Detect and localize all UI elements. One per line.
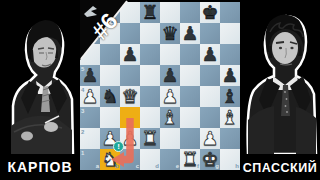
square-d8[interactable]: ♜ <box>140 2 160 23</box>
rank-label-7: 7 <box>81 24 84 30</box>
square-a7[interactable]: 7 <box>80 23 100 44</box>
square-h8[interactable] <box>220 2 240 23</box>
square-h2[interactable] <box>220 128 240 149</box>
piece-black-pawn[interactable]: ♟ <box>180 22 200 44</box>
square-c4[interactable]: ♛ <box>120 86 140 107</box>
square-b7[interactable] <box>100 23 120 44</box>
file-label-e: e <box>176 163 179 169</box>
square-a2[interactable]: 2 <box>80 128 100 149</box>
square-d3[interactable] <box>140 107 160 128</box>
square-f8[interactable] <box>180 2 200 23</box>
piece-black-pawn[interactable]: ♟ <box>200 43 220 65</box>
piece-black-pawn[interactable]: ♟ <box>120 43 140 65</box>
square-h4[interactable]: ♝ <box>220 86 240 107</box>
square-b4[interactable]: ♞ <box>100 86 120 107</box>
piece-black-knight[interactable]: ♞ <box>100 85 120 107</box>
square-b5[interactable] <box>100 65 120 86</box>
square-e4[interactable]: ♟ <box>160 86 180 107</box>
rank-label-8: 8 <box>81 3 84 9</box>
rank-label-6: 6 <box>81 45 84 51</box>
chess-board: 8♜♚7♛♟6♟♟5♟♟♟4♟♞♛♟♝3♝♝2♟♟♜♟1ab♞cdef♜g♚h <box>80 2 240 170</box>
rank-label-5: 5 <box>81 66 84 72</box>
square-e6[interactable] <box>160 44 180 65</box>
square-g5[interactable] <box>200 65 220 86</box>
square-d1[interactable]: d <box>140 149 160 170</box>
square-c8[interactable] <box>120 2 140 23</box>
square-b1[interactable]: b♞ <box>100 149 120 170</box>
square-g2[interactable]: ♟ <box>200 128 220 149</box>
square-a1[interactable]: 1a <box>80 149 100 170</box>
piece-black-rook[interactable]: ♜ <box>140 1 160 23</box>
square-a3[interactable]: 3 <box>80 107 100 128</box>
square-a5[interactable]: 5♟ <box>80 65 100 86</box>
piece-white-pawn[interactable]: ♟ <box>160 85 180 107</box>
square-d6[interactable] <box>140 44 160 65</box>
file-label-b: b <box>115 163 119 169</box>
square-d4[interactable] <box>140 86 160 107</box>
square-e7[interactable]: ♛ <box>160 23 180 44</box>
piece-black-pawn[interactable]: ♟ <box>160 64 180 86</box>
square-g8[interactable]: ♚ <box>200 2 220 23</box>
square-e8[interactable] <box>160 2 180 23</box>
file-label-g: g <box>215 163 219 169</box>
square-a6[interactable]: 6 <box>80 44 100 65</box>
rank-label-1: 1 <box>81 150 84 156</box>
file-label-c: c <box>136 163 139 169</box>
square-f1[interactable]: f♜ <box>180 149 200 170</box>
square-f6[interactable] <box>180 44 200 65</box>
right-player-name: СПАССКИЙ <box>240 161 320 175</box>
square-c5[interactable] <box>120 65 140 86</box>
square-c1[interactable]: c <box>120 149 140 170</box>
square-e3[interactable]: ♝ <box>160 107 180 128</box>
rank-label-2: 2 <box>81 129 84 135</box>
square-f5[interactable] <box>180 65 200 86</box>
square-c3[interactable] <box>120 107 140 128</box>
piece-black-queen[interactable]: ♛ <box>160 22 180 44</box>
spassky-photo <box>240 2 320 154</box>
square-g1[interactable]: g♚ <box>200 149 220 170</box>
square-h6[interactable] <box>220 44 240 65</box>
rank-label-3: 3 <box>81 108 84 114</box>
piece-black-bishop[interactable]: ♝ <box>220 85 240 107</box>
square-a8[interactable]: 8 <box>80 2 100 23</box>
square-b3[interactable] <box>100 107 120 128</box>
square-g3[interactable] <box>200 107 220 128</box>
left-player-name: КАРПОВ <box>0 159 80 175</box>
square-c6[interactable]: ♟ <box>120 44 140 65</box>
piece-white-queen[interactable]: ♛ <box>120 85 140 107</box>
rank-label-4: 4 <box>81 87 84 93</box>
square-f3[interactable] <box>180 107 200 128</box>
piece-white-rook[interactable]: ♜ <box>140 127 160 149</box>
piece-white-pawn[interactable]: ♟ <box>200 127 220 149</box>
square-g6[interactable]: ♟ <box>200 44 220 65</box>
square-e1[interactable]: e <box>160 149 180 170</box>
square-f4[interactable] <box>180 86 200 107</box>
piece-white-bishop[interactable]: ♝ <box>160 106 180 128</box>
square-d7[interactable] <box>140 23 160 44</box>
square-e5[interactable]: ♟ <box>160 65 180 86</box>
piece-black-pawn[interactable]: ♟ <box>220 64 240 86</box>
square-e2[interactable] <box>160 128 180 149</box>
square-h3[interactable]: ♝ <box>220 107 240 128</box>
square-d2[interactable]: ♜ <box>140 128 160 149</box>
file-label-h: h <box>235 163 239 169</box>
square-f2[interactable] <box>180 128 200 149</box>
square-h5[interactable]: ♟ <box>220 65 240 86</box>
square-g4[interactable] <box>200 86 220 107</box>
great-move-badge: ! <box>113 141 124 152</box>
square-h7[interactable] <box>220 23 240 44</box>
karpov-photo <box>0 2 80 154</box>
file-label-a: a <box>96 163 99 169</box>
square-b6[interactable] <box>100 44 120 65</box>
thumbnail: КАРПОВ СПАССКИЙ 8♜♚7♛♟6♟♟5♟♟♟4♟♞♛♟♝3♝♝2♟… <box>0 0 320 180</box>
square-a4[interactable]: 4♟ <box>80 86 100 107</box>
piece-black-king[interactable]: ♚ <box>200 1 220 23</box>
piece-white-bishop[interactable]: ♝ <box>220 106 240 128</box>
square-d5[interactable] <box>140 65 160 86</box>
right-player-panel: СПАССКИЙ <box>240 0 320 180</box>
square-f7[interactable]: ♟ <box>180 23 200 44</box>
left-player-panel: КАРПОВ <box>0 0 80 180</box>
square-h1[interactable]: h <box>220 149 240 170</box>
file-label-d: d <box>155 163 159 169</box>
square-b8[interactable] <box>100 2 120 23</box>
square-c7[interactable] <box>120 23 140 44</box>
square-g7[interactable] <box>200 23 220 44</box>
file-label-f: f <box>197 163 199 169</box>
